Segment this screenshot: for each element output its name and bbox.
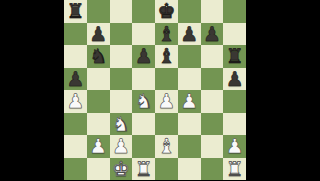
square-h5[interactable]: ♟ (223, 68, 246, 91)
square-e7[interactable]: ♝ (155, 23, 178, 46)
square-e8[interactable]: ♚ (155, 0, 178, 23)
square-d5[interactable] (132, 68, 155, 91)
square-d6[interactable]: ♟ (132, 45, 155, 68)
square-c8[interactable] (110, 0, 133, 23)
square-b5[interactable] (87, 68, 110, 91)
square-a5[interactable]: ♟ (64, 68, 87, 91)
black-pawn[interactable]: ♟ (226, 68, 244, 88)
square-g5[interactable] (201, 68, 224, 91)
square-h3[interactable] (223, 113, 246, 136)
square-a8[interactable]: ♜ (64, 0, 87, 23)
square-c6[interactable] (110, 45, 133, 68)
square-e6[interactable]: ♝ (155, 45, 178, 68)
black-pawn[interactable]: ♟ (203, 23, 221, 43)
white-rook[interactable]: ♜ (226, 158, 244, 178)
square-e2[interactable]: ♝ (155, 135, 178, 158)
square-b1[interactable] (87, 158, 110, 181)
white-pawn[interactable]: ♟ (180, 91, 198, 111)
white-king[interactable]: ♚ (112, 158, 130, 178)
square-a6[interactable] (64, 45, 87, 68)
white-bishop[interactable]: ♝ (157, 136, 175, 156)
square-h4[interactable] (223, 90, 246, 113)
square-c5[interactable] (110, 68, 133, 91)
square-h1[interactable]: ♜ (223, 158, 246, 181)
chess-board[interactable]: ♜♚♟♝♟♟♞♟♝♜♟♟♟♞♟♟♞♟♟♝♟♚♜♜ (64, 0, 246, 180)
square-h2[interactable]: ♟ (223, 135, 246, 158)
black-pawn[interactable]: ♟ (89, 23, 107, 43)
square-c4[interactable] (110, 90, 133, 113)
square-c7[interactable] (110, 23, 133, 46)
square-d2[interactable] (132, 135, 155, 158)
square-f8[interactable] (178, 0, 201, 23)
square-f5[interactable] (178, 68, 201, 91)
square-b6[interactable]: ♞ (87, 45, 110, 68)
white-knight[interactable]: ♞ (112, 113, 130, 133)
square-d3[interactable] (132, 113, 155, 136)
square-h8[interactable] (223, 0, 246, 23)
white-pawn[interactable]: ♟ (89, 136, 107, 156)
square-g7[interactable]: ♟ (201, 23, 224, 46)
white-pawn[interactable]: ♟ (112, 136, 130, 156)
black-king[interactable]: ♚ (157, 1, 175, 21)
square-a2[interactable] (64, 135, 87, 158)
square-h6[interactable]: ♜ (223, 45, 246, 68)
square-f1[interactable] (178, 158, 201, 181)
square-g3[interactable] (201, 113, 224, 136)
black-pawn[interactable]: ♟ (180, 23, 198, 43)
square-f4[interactable]: ♟ (178, 90, 201, 113)
square-a4[interactable]: ♟ (64, 90, 87, 113)
square-g1[interactable] (201, 158, 224, 181)
white-rook[interactable]: ♜ (135, 158, 153, 178)
app-viewport: ♜♚♟♝♟♟♞♟♝♜♟♟♟♞♟♟♞♟♟♝♟♚♜♜ (0, 0, 320, 180)
square-b2[interactable]: ♟ (87, 135, 110, 158)
square-f7[interactable]: ♟ (178, 23, 201, 46)
black-bishop[interactable]: ♝ (157, 46, 175, 66)
square-g6[interactable] (201, 45, 224, 68)
square-g8[interactable] (201, 0, 224, 23)
letterbox-left (0, 0, 64, 180)
square-e1[interactable] (155, 158, 178, 181)
square-a7[interactable] (64, 23, 87, 46)
black-rook[interactable]: ♜ (226, 46, 244, 66)
square-e3[interactable] (155, 113, 178, 136)
square-c1[interactable]: ♚ (110, 158, 133, 181)
square-a1[interactable] (64, 158, 87, 181)
white-pawn[interactable]: ♟ (226, 136, 244, 156)
square-b3[interactable] (87, 113, 110, 136)
square-e4[interactable]: ♟ (155, 90, 178, 113)
white-knight[interactable]: ♞ (135, 91, 153, 111)
square-b7[interactable]: ♟ (87, 23, 110, 46)
square-g4[interactable] (201, 90, 224, 113)
square-f2[interactable] (178, 135, 201, 158)
white-pawn[interactable]: ♟ (66, 91, 84, 111)
square-a3[interactable] (64, 113, 87, 136)
square-d7[interactable] (132, 23, 155, 46)
square-c3[interactable]: ♞ (110, 113, 133, 136)
square-f6[interactable] (178, 45, 201, 68)
black-pawn[interactable]: ♟ (66, 68, 84, 88)
letterbox-right (246, 0, 320, 180)
white-pawn[interactable]: ♟ (157, 91, 175, 111)
square-e5[interactable] (155, 68, 178, 91)
square-g2[interactable] (201, 135, 224, 158)
square-d1[interactable]: ♜ (132, 158, 155, 181)
square-d4[interactable]: ♞ (132, 90, 155, 113)
black-pawn[interactable]: ♟ (135, 46, 153, 66)
square-b4[interactable] (87, 90, 110, 113)
square-f3[interactable] (178, 113, 201, 136)
square-c2[interactable]: ♟ (110, 135, 133, 158)
square-b8[interactable] (87, 0, 110, 23)
square-d8[interactable] (132, 0, 155, 23)
black-bishop[interactable]: ♝ (157, 23, 175, 43)
black-knight[interactable]: ♞ (89, 46, 107, 66)
black-rook[interactable]: ♜ (66, 1, 84, 21)
square-h7[interactable] (223, 23, 246, 46)
